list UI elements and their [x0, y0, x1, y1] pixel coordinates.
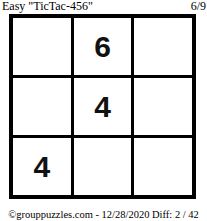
cell-r2c1[interactable] [13, 78, 71, 135]
cell-r2c2: 4 [74, 78, 132, 135]
puzzle-title: Easy "TicTac-456" [2, 0, 93, 13]
cell-r3c1: 4 [13, 138, 71, 195]
progress-counter: 6/9 [191, 0, 206, 13]
cell-r1c2: 6 [74, 18, 132, 75]
puzzle-board: 6 4 4 [9, 14, 196, 199]
cell-r2c3[interactable] [134, 78, 192, 135]
header: Easy "TicTac-456" 6/9 [2, 0, 206, 13]
cell-r1c3[interactable] [134, 18, 192, 75]
cell-r3c3[interactable] [134, 138, 192, 195]
cell-r3c2[interactable] [74, 138, 132, 195]
cell-r1c1[interactable] [13, 18, 71, 75]
copyright-footer: ©grouppuzzles.com - 12/28/2020 Diff: 2 /… [0, 209, 207, 220]
